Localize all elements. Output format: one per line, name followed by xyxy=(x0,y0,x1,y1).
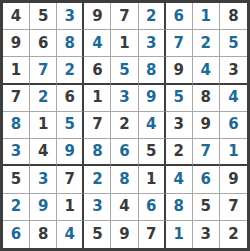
cell-r3c9[interactable]: 3 xyxy=(220,57,247,84)
cell-r9c8[interactable]: 3 xyxy=(193,221,220,248)
cell-r1c7[interactable]: 6 xyxy=(166,3,193,30)
cell-r4c6[interactable]: 9 xyxy=(139,85,166,112)
cell-r8c9[interactable]: 7 xyxy=(220,194,247,221)
cell-r6c2[interactable]: 4 xyxy=(30,139,57,166)
cell-r3c6[interactable]: 8 xyxy=(139,57,166,84)
cell-r2c4[interactable]: 4 xyxy=(84,30,111,57)
cell-r8c4[interactable]: 3 xyxy=(84,194,111,221)
cell-r9c4[interactable]: 5 xyxy=(84,221,111,248)
cell-r1c9[interactable]: 8 xyxy=(220,3,247,30)
cell-r5c6[interactable]: 4 xyxy=(139,112,166,139)
cell-r5c1[interactable]: 8 xyxy=(3,112,30,139)
cell-r3c1[interactable]: 1 xyxy=(3,57,30,84)
cell-r5c4[interactable]: 7 xyxy=(84,112,111,139)
cell-r9c9[interactable]: 2 xyxy=(220,221,247,248)
cell-r8c6[interactable]: 6 xyxy=(139,194,166,221)
cell-r4c9[interactable]: 4 xyxy=(220,85,247,112)
cell-r1c2[interactable]: 5 xyxy=(30,3,57,30)
cell-r2c2[interactable]: 6 xyxy=(30,30,57,57)
cell-r1c8[interactable]: 1 xyxy=(193,3,220,30)
cell-r3c5[interactable]: 5 xyxy=(111,57,138,84)
cell-r8c2[interactable]: 9 xyxy=(30,194,57,221)
cell-r9c3[interactable]: 4 xyxy=(57,221,84,248)
cell-r6c1[interactable]: 3 xyxy=(3,139,30,166)
cell-r4c3[interactable]: 6 xyxy=(57,85,84,112)
cell-r8c1[interactable]: 2 xyxy=(3,194,30,221)
cell-r2c5[interactable]: 1 xyxy=(111,30,138,57)
cell-r7c9[interactable]: 9 xyxy=(220,166,247,193)
cell-r4c7[interactable]: 5 xyxy=(166,85,193,112)
cell-r5c7[interactable]: 3 xyxy=(166,112,193,139)
cell-r1c3[interactable]: 3 xyxy=(57,3,84,30)
cell-r5c8[interactable]: 9 xyxy=(193,112,220,139)
cell-r7c7[interactable]: 4 xyxy=(166,166,193,193)
cell-r9c5[interactable]: 9 xyxy=(111,221,138,248)
cell-r2c1[interactable]: 9 xyxy=(3,30,30,57)
cell-r9c6[interactable]: 7 xyxy=(139,221,166,248)
cell-r4c2[interactable]: 2 xyxy=(30,85,57,112)
cell-r1c4[interactable]: 9 xyxy=(84,3,111,30)
cell-r4c5[interactable]: 3 xyxy=(111,85,138,112)
cell-r5c3[interactable]: 5 xyxy=(57,112,84,139)
cell-r6c9[interactable]: 1 xyxy=(220,139,247,166)
cell-r6c4[interactable]: 8 xyxy=(84,139,111,166)
cell-r5c5[interactable]: 2 xyxy=(111,112,138,139)
cell-r6c3[interactable]: 9 xyxy=(57,139,84,166)
cell-r5c9[interactable]: 6 xyxy=(220,112,247,139)
cell-r8c8[interactable]: 5 xyxy=(193,194,220,221)
cell-r9c2[interactable]: 8 xyxy=(30,221,57,248)
cell-r3c4[interactable]: 6 xyxy=(84,57,111,84)
cell-r2c3[interactable]: 8 xyxy=(57,30,84,57)
cell-r3c8[interactable]: 4 xyxy=(193,57,220,84)
cell-r6c5[interactable]: 6 xyxy=(111,139,138,166)
cell-r4c1[interactable]: 7 xyxy=(3,85,30,112)
cell-r4c8[interactable]: 8 xyxy=(193,85,220,112)
cell-r8c5[interactable]: 4 xyxy=(111,194,138,221)
cell-r7c3[interactable]: 7 xyxy=(57,166,84,193)
cell-r7c1[interactable]: 5 xyxy=(3,166,30,193)
cell-r3c2[interactable]: 7 xyxy=(30,57,57,84)
cell-r1c5[interactable]: 7 xyxy=(111,3,138,30)
cell-r8c3[interactable]: 1 xyxy=(57,194,84,221)
cell-r2c8[interactable]: 2 xyxy=(193,30,220,57)
cell-r1c6[interactable]: 2 xyxy=(139,3,166,30)
cell-r9c7[interactable]: 1 xyxy=(166,221,193,248)
cell-r8c7[interactable]: 8 xyxy=(166,194,193,221)
cell-r7c2[interactable]: 3 xyxy=(30,166,57,193)
cell-r2c9[interactable]: 5 xyxy=(220,30,247,57)
cell-r2c6[interactable]: 3 xyxy=(139,30,166,57)
cell-r3c3[interactable]: 2 xyxy=(57,57,84,84)
cell-r5c2[interactable]: 1 xyxy=(30,112,57,139)
cell-r6c8[interactable]: 7 xyxy=(193,139,220,166)
cell-r9c1[interactable]: 6 xyxy=(3,221,30,248)
cell-r4c4[interactable]: 1 xyxy=(84,85,111,112)
cell-r2c7[interactable]: 7 xyxy=(166,30,193,57)
cell-r7c5[interactable]: 8 xyxy=(111,166,138,193)
cell-r7c8[interactable]: 6 xyxy=(193,166,220,193)
cell-r7c4[interactable]: 2 xyxy=(84,166,111,193)
cell-r7c6[interactable]: 1 xyxy=(139,166,166,193)
cell-r6c6[interactable]: 5 xyxy=(139,139,166,166)
cell-r1c1[interactable]: 4 xyxy=(3,3,30,30)
cell-r3c7[interactable]: 9 xyxy=(166,57,193,84)
sudoku-board: 4539726189684137251726589437261395848157… xyxy=(0,0,250,251)
cell-r6c7[interactable]: 2 xyxy=(166,139,193,166)
